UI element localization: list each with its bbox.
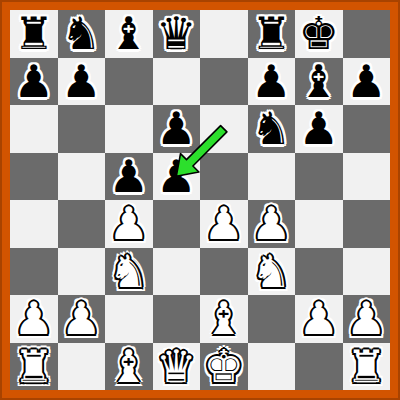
square-d2[interactable] [153,295,201,343]
piece-black-rook: ♜ [14,10,54,58]
square-e7[interactable] [200,58,248,106]
square-d3[interactable] [153,248,201,296]
piece-black-knight: ♞ [61,10,101,58]
piece-white-bishop: ♝ [204,295,244,343]
piece-black-rook: ♜ [251,10,291,58]
square-a2[interactable]: ♟ [10,295,58,343]
square-e5[interactable] [200,153,248,201]
square-a8[interactable]: ♜ [10,10,58,58]
square-h8[interactable] [343,10,391,58]
board-container: ♜♞♝♛♜♚♟♟♟♝♟♟♞♟♟♟♟♟♟♞♞♟♟♝♟♟♜♝♛♚♜ [10,10,390,390]
square-f6[interactable]: ♞ [248,105,296,153]
square-b6[interactable] [58,105,106,153]
square-f4[interactable]: ♟ [248,200,296,248]
square-h5[interactable] [343,153,391,201]
square-d6[interactable]: ♟ [153,105,201,153]
piece-white-pawn: ♟ [251,200,291,248]
piece-white-pawn: ♟ [61,295,101,343]
piece-white-rook: ♜ [14,343,54,391]
square-d4[interactable] [153,200,201,248]
piece-white-queen: ♛ [156,343,196,391]
square-g5[interactable] [295,153,343,201]
square-c4[interactable]: ♟ [105,200,153,248]
square-c3[interactable]: ♞ [105,248,153,296]
square-a7[interactable]: ♟ [10,58,58,106]
square-f7[interactable]: ♟ [248,58,296,106]
square-e8[interactable] [200,10,248,58]
square-f3[interactable]: ♞ [248,248,296,296]
square-g1[interactable] [295,343,343,391]
square-g8[interactable]: ♚ [295,10,343,58]
square-h1[interactable]: ♜ [343,343,391,391]
square-g2[interactable]: ♟ [295,295,343,343]
piece-black-pawn: ♟ [109,153,149,201]
square-f2[interactable] [248,295,296,343]
square-g7[interactable]: ♝ [295,58,343,106]
piece-white-rook: ♜ [346,343,386,391]
piece-white-pawn: ♟ [109,200,149,248]
square-a5[interactable] [10,153,58,201]
square-f5[interactable] [248,153,296,201]
square-e1[interactable]: ♚ [200,343,248,391]
chess-board: ♜♞♝♛♜♚♟♟♟♝♟♟♞♟♟♟♟♟♟♞♞♟♟♝♟♟♜♝♛♚♜ [10,10,390,390]
square-g6[interactable]: ♟ [295,105,343,153]
square-b1[interactable] [58,343,106,391]
square-a6[interactable] [10,105,58,153]
square-e6[interactable] [200,105,248,153]
square-d1[interactable]: ♛ [153,343,201,391]
piece-black-pawn: ♟ [156,153,196,201]
board-frame: ♜♞♝♛♜♚♟♟♟♝♟♟♞♟♟♟♟♟♟♞♞♟♟♝♟♟♜♝♛♚♜ [0,0,400,400]
piece-black-pawn: ♟ [346,58,386,106]
square-h6[interactable] [343,105,391,153]
square-h2[interactable]: ♟ [343,295,391,343]
square-b7[interactable]: ♟ [58,58,106,106]
square-h4[interactable] [343,200,391,248]
piece-white-pawn: ♟ [14,295,54,343]
square-b5[interactable] [58,153,106,201]
square-c7[interactable] [105,58,153,106]
square-f1[interactable] [248,343,296,391]
piece-black-pawn: ♟ [156,105,196,153]
square-a4[interactable] [10,200,58,248]
square-e4[interactable]: ♟ [200,200,248,248]
piece-black-pawn: ♟ [14,58,54,106]
piece-white-pawn: ♟ [346,295,386,343]
square-g4[interactable] [295,200,343,248]
piece-black-pawn: ♟ [251,58,291,106]
square-a1[interactable]: ♜ [10,343,58,391]
square-c6[interactable] [105,105,153,153]
square-g3[interactable] [295,248,343,296]
square-f8[interactable]: ♜ [248,10,296,58]
square-b3[interactable] [58,248,106,296]
piece-black-pawn: ♟ [299,105,339,153]
square-e2[interactable]: ♝ [200,295,248,343]
square-c8[interactable]: ♝ [105,10,153,58]
square-d8[interactable]: ♛ [153,10,201,58]
square-h3[interactable] [343,248,391,296]
piece-black-king: ♚ [299,10,339,58]
piece-white-king: ♚ [204,343,244,391]
square-b8[interactable]: ♞ [58,10,106,58]
square-h7[interactable]: ♟ [343,58,391,106]
square-d7[interactable] [153,58,201,106]
piece-black-queen: ♛ [156,10,196,58]
piece-white-bishop: ♝ [109,343,149,391]
square-c2[interactable] [105,295,153,343]
piece-white-knight: ♞ [109,248,149,296]
piece-white-pawn: ♟ [204,200,244,248]
piece-white-knight: ♞ [251,248,291,296]
piece-black-pawn: ♟ [61,58,101,106]
piece-black-bishop: ♝ [109,10,149,58]
piece-white-pawn: ♟ [299,295,339,343]
square-e3[interactable] [200,248,248,296]
piece-black-knight: ♞ [251,105,291,153]
square-b4[interactable] [58,200,106,248]
square-a3[interactable] [10,248,58,296]
square-b2[interactable]: ♟ [58,295,106,343]
piece-black-bishop: ♝ [299,58,339,106]
square-c1[interactable]: ♝ [105,343,153,391]
square-c5[interactable]: ♟ [105,153,153,201]
square-d5[interactable]: ♟ [153,153,201,201]
